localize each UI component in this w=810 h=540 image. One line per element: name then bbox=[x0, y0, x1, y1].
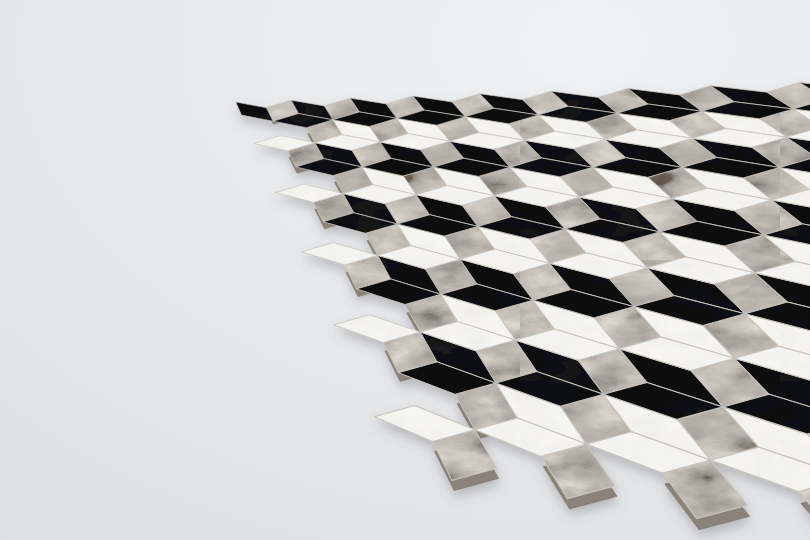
table-photo-svg bbox=[0, 0, 810, 540]
photo-scene: Angled studio photograph of a tabletop t… bbox=[0, 0, 810, 540]
